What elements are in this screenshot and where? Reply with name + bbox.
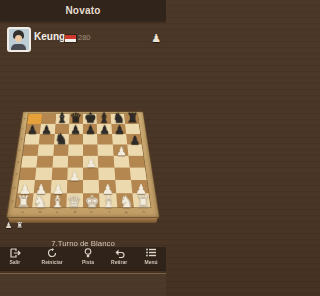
avatar-face: [15, 35, 22, 42]
piece-wp-g5[interactable]: ♟: [111, 145, 132, 157]
bottom-toolbar: Salir Reiniciar Pista Retirar Menú: [0, 247, 166, 270]
exit-label: Salir: [10, 259, 21, 265]
file-label-e: e: [88, 210, 95, 213]
undo-label: Retirar: [111, 259, 127, 265]
top-bar: Novato: [0, 0, 166, 21]
avatar-body: [11, 44, 26, 52]
white-pawn-indicator-icon: ♟: [151, 32, 161, 45]
file-label-g: g: [122, 210, 130, 213]
piece-bn-c6[interactable]: ♞: [50, 132, 70, 146]
rank-label-3: 3: [15, 172, 18, 177]
opponent-name: Keung: [34, 31, 65, 42]
hint-label: Pista: [82, 259, 94, 265]
file-label-h: h: [140, 210, 148, 213]
flag-bottom-stripe: [65, 39, 76, 43]
pieces-layer: ♝♛♚♝♞♜♟♟♟♟♟♟♞♟♟♟♟♟♟♟♟♟♜♞♝♛♚♝♞♜: [14, 114, 151, 209]
piece-wr-h1[interactable]: ♜: [131, 194, 155, 211]
rank-label-6: 6: [20, 137, 23, 141]
menu-label: Menú: [144, 259, 157, 265]
file-label-a: a: [19, 210, 27, 213]
hint-button[interactable]: Pista: [73, 247, 104, 270]
chess-board: 87654321 abcdefgh ♝♛♚♝♞♜♟♟♟♟♟♟♞♟♟♟♟♟♟♟♟♟…: [6, 111, 160, 218]
piece-bp-h6[interactable]: ♟: [125, 134, 146, 146]
rank-label-8: 8: [23, 117, 26, 121]
restart-icon: [47, 248, 57, 258]
menu-icon: [146, 248, 156, 258]
bottom-strip: [0, 274, 166, 296]
undo-button[interactable]: Retirar: [103, 247, 135, 270]
opponent-rating: 280: [78, 33, 91, 41]
board-front-edge: [8, 218, 158, 223]
rank-label-4: 4: [17, 159, 20, 164]
captured-wr-icon: ♜: [16, 221, 23, 230]
exit-icon: [10, 248, 21, 258]
file-label-c: c: [53, 210, 60, 213]
captured-wp-icon: ♟: [5, 221, 12, 230]
file-label-d: d: [71, 210, 78, 213]
restart-label: Reiniciar: [41, 259, 62, 265]
opponent-avatar: [7, 27, 31, 52]
piece-wp-d3[interactable]: ♟: [64, 169, 86, 182]
level-title: Novato: [65, 5, 100, 16]
captured-pieces-tray: ♟♜: [5, 220, 25, 231]
menu-button[interactable]: Menú: [136, 247, 167, 270]
hint-icon: [84, 248, 92, 258]
rank-label-5: 5: [19, 148, 22, 152]
file-label-f: f: [105, 210, 112, 213]
exit-button[interactable]: Salir: [0, 247, 31, 270]
piece-wp-e4[interactable]: ♟: [80, 157, 102, 169]
undo-icon: [114, 248, 125, 258]
restart-button[interactable]: Reiniciar: [31, 247, 73, 270]
opponent-flag-icon: [64, 34, 77, 43]
file-label-b: b: [36, 210, 44, 213]
